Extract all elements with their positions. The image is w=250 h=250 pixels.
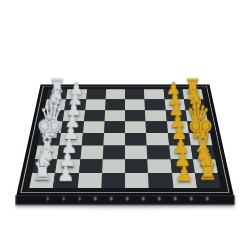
square-g6[interactable] <box>148 159 172 173</box>
square-g5[interactable] <box>125 159 148 173</box>
chess-board: ♜♟♟♜♞♟♟♞♝♟♟♝♛♟♟♛♚♟♟♚♝♟♟♝♞♟♟♞♜♟♟♜ <box>16 85 233 196</box>
square-b3[interactable] <box>85 99 106 110</box>
square-a3[interactable] <box>86 89 106 99</box>
square-b4[interactable] <box>105 99 125 110</box>
square-h4[interactable] <box>101 173 125 188</box>
square-f6[interactable] <box>147 146 170 159</box>
square-h8[interactable]: ♜ <box>195 173 221 188</box>
square-h6[interactable] <box>148 173 173 188</box>
square-c4[interactable] <box>104 110 125 121</box>
square-b6[interactable] <box>145 99 166 110</box>
product-photo-scene: ♜♟♟♜♞♟♟♞♝♟♟♝♛♟♟♛♚♟♟♚♝♟♟♝♞♟♟♞♜♟♟♜ <box>0 0 250 250</box>
square-b5[interactable] <box>125 99 145 110</box>
square-d6[interactable] <box>146 121 168 133</box>
square-e5[interactable] <box>125 133 147 146</box>
square-a4[interactable] <box>105 89 125 99</box>
piece-white-rook[interactable]: ♜ <box>31 161 52 184</box>
piece-white-pawn[interactable]: ♟ <box>57 164 75 184</box>
square-h7[interactable]: ♟ <box>171 173 196 188</box>
square-h5[interactable] <box>125 173 149 188</box>
clasp-marks-icon <box>33 197 217 200</box>
square-d4[interactable] <box>104 121 125 133</box>
square-c5[interactable] <box>125 110 146 121</box>
board-frame: ♜♟♟♜♞♟♟♞♝♟♟♝♛♟♟♛♚♟♟♚♝♟♟♝♞♟♟♞♜♟♟♜ <box>16 85 233 196</box>
board-near-edge <box>15 195 234 205</box>
square-h3[interactable] <box>77 173 102 188</box>
square-e3[interactable] <box>81 133 103 146</box>
piece-black-pawn[interactable]: ♟ <box>175 164 193 184</box>
square-a5[interactable] <box>125 89 145 99</box>
square-g4[interactable] <box>102 159 125 173</box>
square-h2[interactable]: ♟ <box>53 173 78 188</box>
square-e6[interactable] <box>146 133 168 146</box>
square-a6[interactable] <box>144 89 164 99</box>
square-d5[interactable] <box>125 121 146 133</box>
square-h1[interactable]: ♜ <box>29 173 55 188</box>
square-d3[interactable] <box>83 121 105 133</box>
board-grid: ♜♟♟♜♞♟♟♞♝♟♟♝♛♟♟♛♚♟♟♚♝♟♟♝♞♟♟♞♜♟♟♜ <box>29 89 221 188</box>
square-f5[interactable] <box>125 146 148 159</box>
piece-black-rook[interactable]: ♜ <box>198 161 219 184</box>
square-e4[interactable] <box>103 133 125 146</box>
square-f4[interactable] <box>102 146 125 159</box>
square-g3[interactable] <box>79 159 103 173</box>
square-f3[interactable] <box>80 146 103 159</box>
square-c6[interactable] <box>145 110 166 121</box>
square-c3[interactable] <box>84 110 105 121</box>
